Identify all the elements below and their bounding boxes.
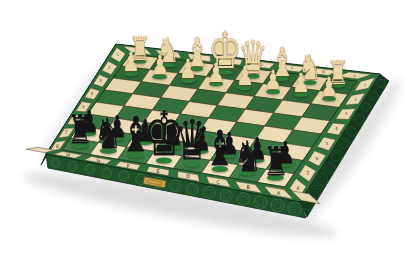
svg-text:H: H [136, 48, 139, 52]
svg-text:A: A [277, 190, 281, 196]
svg-text:H: H [66, 152, 70, 158]
svg-text:4: 4 [91, 91, 94, 96]
chess-board: HH11GG22FF33EE44DD55CC66BB77AA88 [0, 0, 420, 259]
svg-text:7: 7 [65, 130, 68, 135]
svg-text:F: F [199, 56, 201, 60]
svg-text:E: E [229, 59, 231, 63]
svg-text:G: G [167, 52, 170, 56]
svg-text:C: C [217, 179, 221, 185]
svg-text:D: D [186, 173, 190, 179]
svg-text:1: 1 [117, 53, 119, 57]
svg-text:2: 2 [354, 98, 356, 102]
svg-text:5: 5 [325, 141, 328, 146]
svg-text:6: 6 [73, 117, 76, 122]
svg-text:D: D [260, 63, 263, 67]
svg-text:4: 4 [335, 126, 338, 131]
svg-text:E: E [157, 168, 160, 174]
svg-text:1: 1 [364, 83, 366, 87]
svg-text:8: 8 [56, 143, 59, 149]
svg-text:B: B [247, 184, 251, 190]
svg-text:2: 2 [108, 66, 110, 70]
svg-text:F: F [127, 163, 130, 169]
product-photo-scene: HH11GG22FF33EE44DD55CC66BB77AA88 ♜♞♝♛♚♝♞… [0, 0, 420, 259]
svg-text:6: 6 [316, 156, 319, 161]
svg-text:8: 8 [297, 185, 300, 191]
svg-text:5: 5 [82, 104, 85, 109]
svg-text:G: G [96, 157, 100, 163]
svg-text:7: 7 [306, 171, 309, 176]
